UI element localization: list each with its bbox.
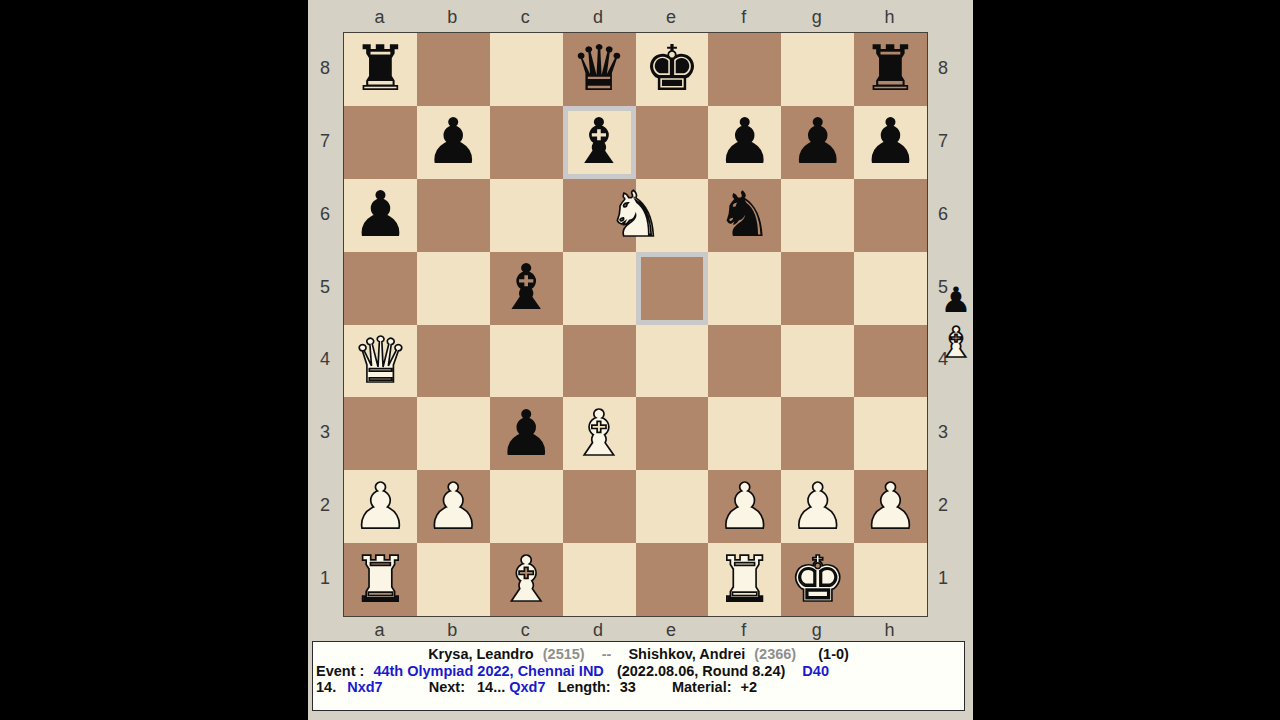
rank-label-right-2: 2 [930,469,956,542]
square-a4[interactable]: ♛ [344,325,417,398]
rank-label-right-7: 7 [930,105,956,178]
rank-label-left-6: 6 [312,178,338,251]
square-f4[interactable] [708,325,781,398]
square-e2[interactable] [636,470,709,543]
square-f5[interactable] [708,252,781,325]
square-d3[interactable]: ♝ [563,397,636,470]
rank-label-right-6: 6 [930,178,956,251]
next-move-number: 14... [477,679,505,695]
square-a8[interactable]: ♜ [344,33,417,106]
event-details: (2022.08.06, Round 8.24) [617,663,785,679]
square-e5[interactable] [636,252,709,325]
black-player-name: Shishkov, Andrei [628,646,745,662]
event-name-link[interactable]: 44th Olympiad 2022, Chennai IND [373,663,603,679]
square-c8[interactable] [490,33,563,106]
square-d2[interactable] [563,470,636,543]
square-g2[interactable]: ♟ [781,470,854,543]
black-pawn[interactable]: ♟ [717,106,773,178]
players-line: Krysa, Leandro (2515) -- Shishkov, Andre… [316,646,961,663]
square-g4[interactable] [781,325,854,398]
square-b7[interactable]: ♟ [417,106,490,179]
white-bishop[interactable]: ♝ [571,398,627,470]
square-f7[interactable]: ♟ [708,106,781,179]
square-c4[interactable] [490,325,563,398]
square-c5[interactable]: ♝ [490,252,563,325]
square-h3[interactable] [854,397,927,470]
square-c3[interactable]: ♟ [490,397,563,470]
length-value: 33 [620,679,636,695]
rank-label-left-4: 4 [312,324,338,397]
square-e3[interactable] [636,397,709,470]
square-a1[interactable]: ♜ [344,543,417,616]
square-d1[interactable] [563,543,636,616]
event-line: Event : 44th Olympiad 2022, Chennai IND … [316,663,961,680]
black-bishop[interactable]: ♝ [498,252,554,324]
material-label: Material: [672,679,732,695]
square-h4[interactable] [854,325,927,398]
white-rook[interactable]: ♜ [717,544,773,616]
square-d7[interactable]: ♝ [563,106,636,179]
white-pawn[interactable]: ♟ [862,471,918,543]
square-f3[interactable] [708,397,781,470]
length-label: Length: [558,679,611,695]
black-knight[interactable]: ♞ [717,179,773,251]
square-h1[interactable] [854,543,927,616]
rank-label-left-2: 2 [312,469,338,542]
white-pawn[interactable]: ♟ [717,471,773,543]
square-b4[interactable] [417,325,490,398]
rank-label-left-1: 1 [312,542,338,615]
square-f6[interactable]: ♞ [708,179,781,252]
rank-label-left-3: 3 [312,396,338,469]
square-d5[interactable] [563,252,636,325]
square-g8[interactable] [781,33,854,106]
file-label-bottom-d: d [562,617,635,643]
black-pawn[interactable]: ♟ [789,106,845,178]
rank-label-left-7: 7 [312,105,338,178]
white-pawn[interactable]: ♟ [352,471,408,543]
file-label-top-f: f [707,4,780,30]
next-label: Next: [429,679,465,695]
square-g5[interactable] [781,252,854,325]
black-rook[interactable]: ♜ [862,33,918,105]
square-b1[interactable] [417,543,490,616]
material-value: +2 [741,679,758,695]
square-f2[interactable]: ♟ [708,470,781,543]
white-player-rating: (2515) [543,646,585,662]
event-label: Event : [316,663,364,679]
captured-black-pawn-icon: ♟ [936,280,976,320]
viewer-stage: ♜♛♚♜♟♝♟♟♟♟♞♝♛♟♝♟♟♟♟♟♜♝♜♚♞ aabbccddeeffgg… [308,0,973,720]
move-played-link[interactable]: Nxd7 [347,679,382,695]
square-e8[interactable]: ♚ [636,33,709,106]
square-h8[interactable]: ♜ [854,33,927,106]
square-e4[interactable] [636,325,709,398]
black-bishop[interactable]: ♝ [571,106,627,178]
square-h6[interactable] [854,179,927,252]
square-e7[interactable] [636,106,709,179]
white-king[interactable]: ♚ [789,544,845,616]
square-d8[interactable]: ♛ [563,33,636,106]
black-player-rating: (2366) [754,646,796,662]
square-a5[interactable] [344,252,417,325]
square-b2[interactable]: ♟ [417,470,490,543]
black-pawn[interactable]: ♟ [352,179,408,251]
square-f8[interactable] [708,33,781,106]
file-label-bottom-c: c [489,617,562,643]
white-bishop[interactable]: ♝ [498,544,554,616]
file-label-top-b: b [416,4,489,30]
square-g6[interactable] [781,179,854,252]
rank-label-left-5: 5 [312,251,338,324]
file-label-top-c: c [489,4,562,30]
captured-white-bishop-icon: ♝ [936,320,976,366]
black-pawn[interactable]: ♟ [498,398,554,470]
white-pawn[interactable]: ♟ [425,471,481,543]
square-b3[interactable] [417,397,490,470]
move-line: 14. Nxd7 Next: 14... Qxd7 Length: 33 Mat… [316,679,961,696]
rank-label-right-8: 8 [930,32,956,105]
black-rook[interactable]: ♜ [352,33,408,105]
game-result: (1-0) [818,646,849,662]
file-label-bottom-h: h [853,617,926,643]
white-rook[interactable]: ♜ [352,544,408,616]
square-a2[interactable]: ♟ [344,470,417,543]
file-label-bottom-f: f [707,617,780,643]
file-label-top-a: a [343,4,416,30]
next-move-link[interactable]: Qxd7 [509,679,545,695]
chess-board[interactable]: ♜♛♚♜♟♝♟♟♟♟♞♝♛♟♝♟♟♟♟♟♜♝♜♚♞ [343,32,928,617]
square-c2[interactable] [490,470,563,543]
square-h2[interactable]: ♟ [854,470,927,543]
captured-pieces-tray: ♟ ♝ [936,280,976,366]
rank-label-right-3: 3 [930,396,956,469]
file-label-top-g: g [780,4,853,30]
square-b8[interactable] [417,33,490,106]
file-label-top-h: h [853,4,926,30]
square-c7[interactable] [490,106,563,179]
black-queen[interactable]: ♛ [571,33,627,105]
square-h5[interactable] [854,252,927,325]
square-c6[interactable] [490,179,563,252]
file-label-bottom-a: a [343,617,416,643]
square-g1[interactable]: ♚ [781,543,854,616]
move-number: 14. [316,679,336,695]
square-a6[interactable]: ♟ [344,179,417,252]
square-a7[interactable] [344,106,417,179]
rank-label-left-8: 8 [312,32,338,105]
game-info-panel: Krysa, Leandro (2515) -- Shishkov, Andre… [312,641,965,711]
eco-code-link[interactable]: D40 [802,663,829,679]
white-knight-animating[interactable]: ♞ [599,179,672,252]
file-label-bottom-b: b [416,617,489,643]
white-player-name: Krysa, Leandro [428,646,534,662]
square-b6[interactable] [417,179,490,252]
square-d4[interactable] [563,325,636,398]
file-label-top-e: e [635,4,708,30]
black-king[interactable]: ♚ [644,33,700,105]
square-e1[interactable] [636,543,709,616]
file-label-bottom-e: e [635,617,708,643]
white-pawn[interactable]: ♟ [789,471,845,543]
square-h7[interactable]: ♟ [854,106,927,179]
square-b5[interactable] [417,252,490,325]
black-pawn[interactable]: ♟ [862,106,918,178]
square-c1[interactable]: ♝ [490,543,563,616]
players-separator: -- [602,646,612,662]
rank-label-right-1: 1 [930,542,956,615]
file-label-top-d: d [562,4,635,30]
square-f1[interactable]: ♜ [708,543,781,616]
square-g3[interactable] [781,397,854,470]
square-a3[interactable] [344,397,417,470]
black-pawn[interactable]: ♟ [425,106,481,178]
white-queen[interactable]: ♛ [352,325,408,397]
square-g7[interactable]: ♟ [781,106,854,179]
file-label-bottom-g: g [780,617,853,643]
